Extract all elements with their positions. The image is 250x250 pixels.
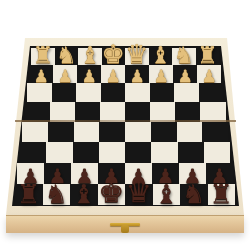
square-e3 xyxy=(101,83,126,102)
square-a2: ♟ xyxy=(197,65,221,83)
square-b8: ♞ xyxy=(180,184,208,205)
square-d1: ♛ xyxy=(125,48,149,65)
white-king: ♚ xyxy=(102,41,125,67)
white-knight: ♞ xyxy=(56,44,77,67)
fold-seam xyxy=(15,120,236,122)
square-f6 xyxy=(73,142,99,163)
square-c5 xyxy=(151,122,177,142)
square-e5 xyxy=(99,122,125,142)
square-b4 xyxy=(175,102,200,122)
square-f1: ♝ xyxy=(78,48,102,65)
square-c1: ♝ xyxy=(149,48,173,65)
square-b3 xyxy=(174,83,199,102)
square-b1: ♞ xyxy=(172,48,196,65)
square-h3 xyxy=(27,83,52,102)
white-knight: ♞ xyxy=(173,44,194,67)
square-g6 xyxy=(46,142,72,163)
black-knight: ♞ xyxy=(182,181,205,207)
square-f4 xyxy=(75,102,100,122)
square-h5 xyxy=(22,122,48,142)
square-d4 xyxy=(125,102,150,122)
square-h1: ♜ xyxy=(31,48,55,65)
square-b6 xyxy=(178,142,204,163)
square-e6 xyxy=(99,142,125,163)
brass-clasp-icon xyxy=(110,221,140,233)
square-g4 xyxy=(50,102,75,122)
white-bishop: ♝ xyxy=(150,44,171,67)
square-a5 xyxy=(202,122,228,142)
black-rook: ♜ xyxy=(210,181,233,207)
square-c8: ♝ xyxy=(153,184,181,205)
square-g5 xyxy=(48,122,74,142)
square-c6 xyxy=(151,142,177,163)
square-f3 xyxy=(76,83,101,102)
square-h4 xyxy=(25,102,50,122)
square-g2: ♟ xyxy=(53,65,77,83)
white-bishop: ♝ xyxy=(79,44,100,67)
black-rook: ♜ xyxy=(17,181,40,207)
square-e4 xyxy=(100,102,125,122)
board-row xyxy=(27,83,223,102)
square-g3 xyxy=(52,83,77,102)
square-g1: ♞ xyxy=(55,48,79,65)
square-c4 xyxy=(150,102,175,122)
square-a3 xyxy=(199,83,224,102)
board-row: ♟♟♟♟♟♟♟♟ xyxy=(29,65,221,83)
square-h6 xyxy=(20,142,46,163)
white-rook: ♜ xyxy=(197,44,218,67)
board-side-edge xyxy=(6,215,244,233)
white-rook: ♜ xyxy=(32,44,53,67)
square-e2: ♟ xyxy=(101,65,125,83)
square-d3 xyxy=(125,83,150,102)
square-a4 xyxy=(200,102,225,122)
square-b5 xyxy=(177,122,203,142)
board-row xyxy=(25,102,226,122)
square-e1: ♚ xyxy=(102,48,126,65)
square-f5 xyxy=(74,122,100,142)
board-row xyxy=(20,142,230,163)
square-g8: ♞ xyxy=(43,184,71,205)
black-bishop: ♝ xyxy=(155,181,178,207)
square-a1: ♜ xyxy=(196,48,220,65)
square-c2: ♟ xyxy=(149,65,173,83)
square-e8: ♚ xyxy=(98,184,126,205)
board-row xyxy=(22,122,228,142)
chess-board: ♜♞♝♚♛♝♞♜♟♟♟♟♟♟♟♟♟♟♟♟♟♟♟♟♜♞♝♚♛♝♞♜ xyxy=(0,48,250,205)
black-queen: ♛ xyxy=(126,178,152,207)
square-h8: ♜ xyxy=(15,184,43,205)
square-d6 xyxy=(125,142,151,163)
square-a8: ♜ xyxy=(208,184,236,205)
chess-set-photo: ♜♞♝♚♛♝♞♜♟♟♟♟♟♟♟♟♟♟♟♟♟♟♟♟♜♞♝♚♛♝♞♜ xyxy=(0,0,250,250)
square-d2: ♟ xyxy=(125,65,149,83)
white-queen: ♛ xyxy=(125,41,148,67)
board-row: ♜♞♝♚♛♝♞♜ xyxy=(15,184,235,205)
square-f2: ♟ xyxy=(77,65,101,83)
square-h2: ♟ xyxy=(29,65,53,83)
square-f8: ♝ xyxy=(70,184,98,205)
square-d5 xyxy=(125,122,151,142)
black-knight: ♞ xyxy=(45,181,68,207)
square-b2: ♟ xyxy=(173,65,197,83)
board-row: ♜♞♝♚♛♝♞♜ xyxy=(31,48,219,65)
square-a6 xyxy=(204,142,230,163)
black-bishop: ♝ xyxy=(72,181,95,207)
square-d8: ♛ xyxy=(125,184,153,205)
black-king: ♚ xyxy=(98,178,124,207)
clasp-knob xyxy=(121,225,129,233)
square-c3 xyxy=(150,83,175,102)
